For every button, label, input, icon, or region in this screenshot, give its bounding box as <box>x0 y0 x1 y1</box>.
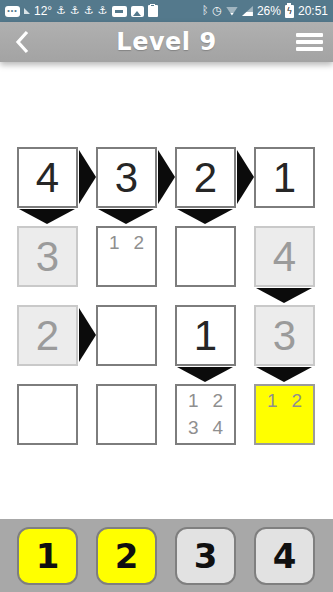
cell-r1c1[interactable]: 4 <box>17 147 78 208</box>
cell-signal-icon <box>242 6 253 16</box>
temperature-text: 12° <box>34 0 52 22</box>
battery-percent-text: 26% <box>257 0 281 22</box>
puzzle-board: 4 3 2 1 3 12 4 2 1 3 <box>17 147 315 445</box>
hamburger-menu-button[interactable] <box>285 22 333 62</box>
cell-r4c4-selected[interactable]: 12 <box>254 384 315 445</box>
number-pad: 1 2 3 4 <box>0 519 333 592</box>
pencil-marks: 12 34 <box>177 386 234 443</box>
arrow-right-r3c1-r3c2 <box>79 308 96 362</box>
cell-r4c1[interactable] <box>17 384 78 445</box>
cell-r4c3[interactable]: 12 34 <box>175 384 236 445</box>
arrow-right-r1c3-r1c4 <box>237 150 254 204</box>
flag-icon <box>24 8 30 14</box>
hamburger-bar <box>296 33 323 37</box>
board-area: 4 3 2 1 3 12 4 2 1 3 <box>0 62 333 519</box>
cell-r3c2[interactable] <box>96 305 157 366</box>
anchor-icon: ⚓ <box>56 0 66 22</box>
status-bar: ••• 12° ⚓ ⚓ ⚓ ⚓ ᛒ ◷ 26% ϟ 20:51 <box>0 0 333 22</box>
hamburger-bar <box>296 47 323 51</box>
anchor-icon: ⚓ <box>98 0 108 22</box>
arrow-right-r1c1-r1c2 <box>79 150 96 204</box>
number-button-2[interactable]: 2 <box>96 527 157 585</box>
cell-r3c3[interactable]: 1 <box>175 305 236 366</box>
cell-r2c1[interactable]: 3 <box>17 226 78 287</box>
cell-r2c3[interactable] <box>175 226 236 287</box>
arrow-down-r1c3-r2c3 <box>177 209 233 224</box>
arrow-down-r3c4-r4c4 <box>256 367 312 382</box>
pencil-marks: 12 <box>98 228 155 285</box>
number-button-3[interactable]: 3 <box>175 527 236 585</box>
number-button-4[interactable]: 4 <box>254 527 315 585</box>
arrow-down-r2c4-r3c4 <box>256 288 312 303</box>
arrow-down-r1c2-r2c2 <box>98 209 154 224</box>
back-button[interactable] <box>0 22 44 62</box>
page-title: Level 9 <box>0 28 333 56</box>
battery-charging-icon: ϟ <box>285 5 294 18</box>
cell-r1c4[interactable]: 1 <box>254 147 315 208</box>
pencil-marks: 12 <box>256 386 313 443</box>
title-bar: Level 9 <box>0 22 333 62</box>
bluetooth-icon: ᛒ <box>202 0 209 22</box>
chat-notification-icon: ••• <box>5 6 20 17</box>
cell-r2c2[interactable]: 12 <box>96 226 157 287</box>
number-button-1[interactable]: 1 <box>17 527 78 585</box>
wifi-icon <box>226 7 238 16</box>
clipboard-icon <box>148 5 158 17</box>
gallery-icon <box>131 6 144 17</box>
clock-text: 20:51 <box>298 0 328 22</box>
cell-r3c4[interactable]: 3 <box>254 305 315 366</box>
cell-r1c2[interactable]: 3 <box>96 147 157 208</box>
screenshot-icon <box>112 6 127 17</box>
arrow-down-r1c1-r2c1 <box>19 209 75 224</box>
arrow-right-r1c2-r1c3 <box>158 150 175 204</box>
anchor-icon: ⚓ <box>70 0 80 22</box>
cell-r4c2[interactable] <box>96 384 157 445</box>
alarm-clock-icon: ◷ <box>212 0 222 22</box>
cell-r1c3[interactable]: 2 <box>175 147 236 208</box>
back-chevron-icon <box>14 30 30 54</box>
cell-r3c1[interactable]: 2 <box>17 305 78 366</box>
hamburger-bar <box>296 40 323 44</box>
anchor-icon: ⚓ <box>84 0 94 22</box>
app-screen: ••• 12° ⚓ ⚓ ⚓ ⚓ ᛒ ◷ 26% ϟ 20:51 Level 9 <box>0 0 333 592</box>
arrow-down-r3c3-r4c3 <box>177 367 233 382</box>
cell-r2c4[interactable]: 4 <box>254 226 315 287</box>
